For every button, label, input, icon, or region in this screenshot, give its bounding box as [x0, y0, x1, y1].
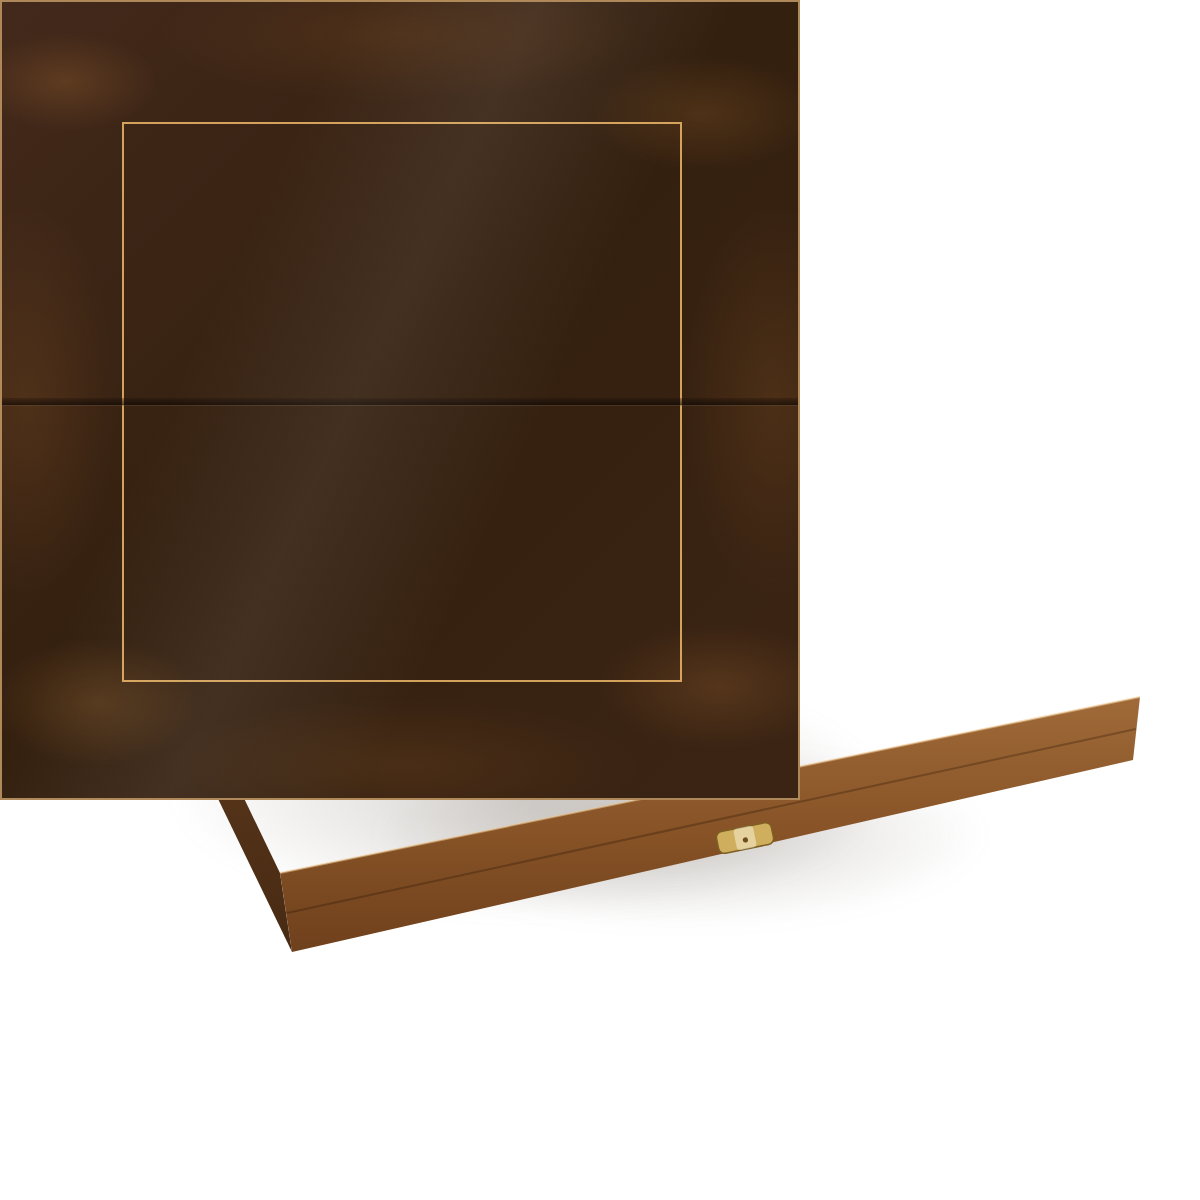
chess-set-photo-scene: [0, 0, 1200, 1200]
pieces-layer: [0, 0, 1200, 1200]
